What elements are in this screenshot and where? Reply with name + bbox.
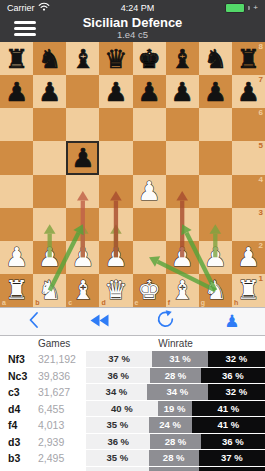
rank-label-3: 3 xyxy=(259,209,263,217)
explorer-table: Nf3321,19237 %31 %32 %Nc339,83636 %28 %3… xyxy=(0,351,265,471)
rank-label-8: 8 xyxy=(259,43,263,51)
chess-board: ♜♞♝♛♚♝♞♜8♟♟♟♟♟♟♟76♟5♟43♟♟♟♟♟♟♟2♜a♞b♝c♛d♚… xyxy=(0,42,265,307)
black-win-segment: 36 % xyxy=(201,368,265,384)
square-f8[interactable]: ♝ xyxy=(166,42,199,75)
piece-white-p-a2: ♟ xyxy=(0,241,33,274)
reset-button[interactable] xyxy=(133,308,199,335)
piece-black-p-a7: ♟ xyxy=(0,75,33,108)
winrate-bar: 37 %31 %32 % xyxy=(86,351,265,368)
rank-label-4: 4 xyxy=(259,176,263,184)
square-g7[interactable]: ♟ xyxy=(199,75,232,108)
square-h6[interactable]: 6 xyxy=(232,108,265,141)
square-d6[interactable] xyxy=(99,108,132,141)
white-win-segment: 35 % xyxy=(86,417,149,433)
winrate-bar: 34 %34 %32 % xyxy=(86,384,265,401)
explorer-header: Games Winrate xyxy=(0,336,265,351)
white-win-segment: 34 % xyxy=(86,384,147,400)
piece-black-r-a8: ♜ xyxy=(0,42,33,75)
square-g5[interactable] xyxy=(199,141,232,174)
move-label: Nf3 xyxy=(0,351,38,368)
square-g2[interactable]: ♟ xyxy=(199,241,232,274)
square-a5[interactable] xyxy=(0,141,33,174)
square-g4[interactable] xyxy=(199,175,232,208)
move-label xyxy=(0,467,38,471)
square-a4[interactable] xyxy=(0,175,33,208)
white-win-segment: 37 % xyxy=(86,351,152,367)
games-count: 321,192 xyxy=(38,351,86,368)
move-row-d4[interactable]: d46,45540 %19 %41 % xyxy=(0,401,265,418)
winrate-bar: 35 %28 %37 % xyxy=(86,467,265,471)
black-win-segment: 41 % xyxy=(192,417,265,433)
piece-black-q-d8: ♛ xyxy=(99,42,132,75)
square-e6[interactable] xyxy=(133,108,166,141)
move-label: d4 xyxy=(0,401,38,418)
piece-black-n-b8: ♞ xyxy=(33,42,66,75)
menu-button[interactable] xyxy=(14,21,36,36)
games-count: 39,836 xyxy=(38,368,86,385)
square-h4[interactable]: 4 xyxy=(232,175,265,208)
pawn-icon: ♟ xyxy=(224,313,239,330)
file-label-b: b xyxy=(35,299,39,306)
black-win-segment: 32 % xyxy=(208,384,265,400)
move-row-f4[interactable]: f44,01335 %24 %41 % xyxy=(0,417,265,434)
piece-white-p-b2: ♟ xyxy=(33,241,66,274)
square-g6[interactable] xyxy=(199,108,232,141)
white-win-segment: 40 % xyxy=(86,401,158,417)
black-win-segment: 37 % xyxy=(199,467,265,471)
piece-black-p-g7: ♟ xyxy=(199,75,232,108)
draw-segment: 34 % xyxy=(147,384,208,400)
square-e1[interactable]: ♚e xyxy=(133,274,166,307)
square-f2[interactable]: ♟ xyxy=(166,241,199,274)
move-row-Nc3[interactable]: Nc339,83636 %28 %36 % xyxy=(0,368,265,385)
games-count: 4,013 xyxy=(38,417,86,434)
battery-icon: + xyxy=(225,3,258,13)
white-win-segment: 35 % xyxy=(86,467,149,471)
rank-label-7: 7 xyxy=(259,76,263,84)
square-b3[interactable] xyxy=(33,208,66,241)
square-f5[interactable] xyxy=(166,141,199,174)
piece-black-p-f7: ♟ xyxy=(166,75,199,108)
square-h1[interactable]: ♜1h xyxy=(232,274,265,307)
winrate-bar: 36 %28 %36 % xyxy=(86,368,265,385)
square-b5[interactable] xyxy=(33,141,66,174)
square-e4[interactable]: ♟ xyxy=(133,175,166,208)
move-row-b3[interactable]: b32,49535 %28 %37 % xyxy=(0,450,265,467)
draw-segment: 28 % xyxy=(150,434,200,450)
black-win-segment: 36 % xyxy=(201,434,265,450)
piece-white-p-f2: ♟ xyxy=(166,241,199,274)
file-label-e: e xyxy=(135,299,139,306)
square-c1[interactable]: ♝c xyxy=(66,274,99,307)
move-label: f4 xyxy=(0,417,38,434)
move-row-partial[interactable]: 35 %28 %37 % xyxy=(0,467,265,471)
file-label-f: f xyxy=(168,299,170,306)
chevron-left-icon xyxy=(28,311,39,333)
move-label: d3 xyxy=(0,434,38,451)
page-title: Sicilian Defence xyxy=(0,16,265,30)
white-win-segment: 36 % xyxy=(86,368,150,384)
back-button[interactable] xyxy=(0,308,66,335)
square-h2[interactable]: ♟2 xyxy=(232,241,265,274)
square-b4[interactable] xyxy=(33,175,66,208)
pieces-button[interactable]: ♟ xyxy=(199,308,265,335)
move-label: c3 xyxy=(0,384,38,401)
square-f6[interactable] xyxy=(166,108,199,141)
nav-bar: Sicilian Defence 1.e4 c5 xyxy=(0,15,265,42)
games-count: 31,627 xyxy=(38,384,86,401)
piece-black-p-b7: ♟ xyxy=(33,75,66,108)
square-a7[interactable]: ♟ xyxy=(0,75,33,108)
rank-label-5: 5 xyxy=(259,142,263,150)
square-a6[interactable] xyxy=(0,108,33,141)
games-count xyxy=(38,467,86,471)
piece-black-p-e7: ♟ xyxy=(133,75,166,108)
toolbar: ♟ xyxy=(0,307,265,336)
square-e5[interactable] xyxy=(133,141,166,174)
square-f7[interactable]: ♟ xyxy=(166,75,199,108)
clock-label: 4:24 PM xyxy=(121,3,155,13)
square-d8[interactable]: ♛ xyxy=(99,42,132,75)
battery-charging-indicator: + xyxy=(253,4,258,12)
square-a8[interactable]: ♜ xyxy=(0,42,33,75)
square-b2[interactable]: ♟ xyxy=(33,241,66,274)
square-c6[interactable] xyxy=(66,108,99,141)
move-row-c3[interactable]: c331,62734 %34 %32 % xyxy=(0,384,265,401)
piece-white-p-c2: ♟ xyxy=(66,241,99,274)
winrate-bar: 35 %28 %37 % xyxy=(86,450,265,467)
rank-label-2: 2 xyxy=(259,242,263,250)
square-c5[interactable]: ♟ xyxy=(66,141,99,174)
rewind-icon xyxy=(90,313,109,331)
file-label-g: g xyxy=(201,299,205,306)
rank-label-1: 1 xyxy=(259,275,263,283)
draw-segment: 28 % xyxy=(150,368,200,384)
square-a3[interactable] xyxy=(0,208,33,241)
winrate-bar: 36 %28 %36 % xyxy=(86,434,265,451)
winrate-bar: 40 %19 %41 % xyxy=(86,401,265,418)
piece-black-p-d7: ♟ xyxy=(99,75,132,108)
square-g1[interactable]: ♞g xyxy=(199,274,232,307)
piece-white-p-e4: ♟ xyxy=(133,175,166,208)
move-row-Nf3[interactable]: Nf3321,19237 %31 %32 % xyxy=(0,351,265,368)
move-label: Nc3 xyxy=(0,368,38,385)
wifi-icon xyxy=(38,2,50,13)
square-h3[interactable]: 3 xyxy=(232,208,265,241)
square-c8[interactable]: ♝ xyxy=(66,42,99,75)
black-win-segment: 37 % xyxy=(199,450,265,466)
square-e2[interactable] xyxy=(133,241,166,274)
square-b7[interactable]: ♟ xyxy=(33,75,66,108)
piece-white-p-g2: ♟ xyxy=(199,241,232,274)
winrate-bar: 35 %24 %41 % xyxy=(86,417,265,434)
file-label-d: d xyxy=(101,299,105,306)
square-f1[interactable]: ♝f xyxy=(166,274,199,307)
square-h8[interactable]: ♜8 xyxy=(232,42,265,75)
square-d7[interactable]: ♟ xyxy=(99,75,132,108)
page-subtitle: 1.e4 c5 xyxy=(0,30,265,40)
square-e3[interactable] xyxy=(133,208,166,241)
square-d3[interactable] xyxy=(99,208,132,241)
square-e8[interactable]: ♚ xyxy=(133,42,166,75)
piece-black-p-c5: ♟ xyxy=(66,141,99,174)
reset-circular-arrow-icon xyxy=(156,310,175,333)
square-f4[interactable] xyxy=(166,175,199,208)
rank-label-6: 6 xyxy=(259,109,263,117)
black-win-segment: 32 % xyxy=(208,351,265,367)
square-a1[interactable]: ♜a xyxy=(0,274,33,307)
status-bar: Carrier 4:24 PM + xyxy=(0,0,265,15)
square-c4[interactable] xyxy=(66,175,99,208)
square-h5[interactable]: 5 xyxy=(232,141,265,174)
square-b6[interactable] xyxy=(33,108,66,141)
square-d2[interactable]: ♟ xyxy=(99,241,132,274)
hamburger-icon xyxy=(14,21,36,24)
file-label-c: c xyxy=(68,299,72,306)
winrate-column-header: Winrate xyxy=(86,338,265,349)
file-label-a: a xyxy=(2,299,6,306)
black-win-segment: 41 % xyxy=(192,401,265,417)
rewind-button[interactable] xyxy=(66,308,132,335)
square-c7[interactable] xyxy=(66,75,99,108)
draw-segment: 28 % xyxy=(149,450,199,466)
square-d1[interactable]: ♛d xyxy=(99,274,132,307)
draw-segment: 19 % xyxy=(158,401,192,417)
move-label: b3 xyxy=(0,450,38,467)
square-g8[interactable]: ♞ xyxy=(199,42,232,75)
square-d5[interactable] xyxy=(99,141,132,174)
square-c3[interactable] xyxy=(66,208,99,241)
draw-segment: 24 % xyxy=(149,417,192,433)
games-count: 2,939 xyxy=(38,434,86,451)
top-bar: Carrier 4:24 PM + Sicilian Defence 1.e4 … xyxy=(0,0,265,42)
white-win-segment: 35 % xyxy=(86,450,149,466)
white-win-segment: 36 % xyxy=(86,434,150,450)
carrier-label: Carrier xyxy=(7,3,35,13)
square-b1[interactable]: ♞b xyxy=(33,274,66,307)
square-f3[interactable] xyxy=(166,208,199,241)
square-d4[interactable] xyxy=(99,175,132,208)
square-c2[interactable]: ♟ xyxy=(66,241,99,274)
piece-black-b-c8: ♝ xyxy=(66,42,99,75)
file-label-h: h xyxy=(234,299,238,306)
piece-white-p-d2: ♟ xyxy=(99,241,132,274)
square-h7[interactable]: ♟7 xyxy=(232,75,265,108)
piece-white-b-f1: ♝ xyxy=(166,274,199,307)
piece-black-b-f8: ♝ xyxy=(166,42,199,75)
draw-segment: 28 % xyxy=(149,467,199,471)
square-e7[interactable]: ♟ xyxy=(133,75,166,108)
games-count: 2,495 xyxy=(38,450,86,467)
draw-segment: 31 % xyxy=(152,351,207,367)
piece-black-k-e8: ♚ xyxy=(133,42,166,75)
move-row-d3[interactable]: d32,93936 %28 %36 % xyxy=(0,434,265,451)
games-count: 6,455 xyxy=(38,401,86,418)
square-b8[interactable]: ♞ xyxy=(33,42,66,75)
square-g3[interactable] xyxy=(199,208,232,241)
piece-black-n-g8: ♞ xyxy=(199,42,232,75)
games-column-header: Games xyxy=(38,338,86,349)
square-a2[interactable]: ♟ xyxy=(0,241,33,274)
